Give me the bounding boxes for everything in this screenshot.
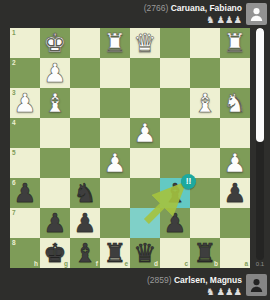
captured-piece-icon-p: ♟ bbox=[233, 286, 242, 297]
piece-bN-f6: ♞ bbox=[70, 178, 100, 208]
square-g6[interactable] bbox=[40, 178, 70, 208]
square-f2[interactable] bbox=[70, 58, 100, 88]
person-icon bbox=[248, 5, 265, 23]
square-f7[interactable]: ♟ bbox=[70, 208, 100, 238]
piece-wB-b3: ♝ bbox=[190, 88, 220, 118]
square-h3[interactable]: ♟3 bbox=[10, 88, 40, 118]
square-d1[interactable]: ♛ bbox=[130, 28, 160, 58]
piece-wR-a1: ♜ bbox=[220, 28, 250, 58]
square-f5[interactable] bbox=[70, 148, 100, 178]
chess-broadcast-app: 9 (2766) Caruana, Fabiano ♞♟♟♟ 1♚♜♛♜2♟♟3… bbox=[0, 0, 270, 300]
square-g7[interactable]: ♟ bbox=[40, 208, 70, 238]
square-d8[interactable]: ♛d bbox=[130, 238, 160, 268]
square-g4[interactable] bbox=[40, 118, 70, 148]
square-g2[interactable]: ♟ bbox=[40, 58, 70, 88]
square-c1[interactable] bbox=[160, 28, 190, 58]
bottom-player-bar: (2859) Carlsen, Magnus ♞♟♟♟ bbox=[0, 268, 270, 300]
square-a8[interactable]: a bbox=[220, 238, 250, 268]
file-label-a: a bbox=[244, 260, 248, 267]
square-d7[interactable] bbox=[130, 208, 160, 238]
square-a3[interactable]: ♞ bbox=[220, 88, 250, 118]
square-c3[interactable] bbox=[160, 88, 190, 118]
bottom-captured-pieces: ♞♟♟♟ bbox=[147, 286, 242, 297]
square-f4[interactable] bbox=[70, 118, 100, 148]
piece-bP-f7: ♟ bbox=[70, 208, 100, 238]
bottom-player-info: (2859) Carlsen, Magnus ♞♟♟♟ bbox=[147, 276, 242, 297]
square-h6[interactable]: ♟6 bbox=[10, 178, 40, 208]
square-h2[interactable]: 2 bbox=[10, 58, 40, 88]
piece-wP-e5: ♟ bbox=[100, 148, 130, 178]
file-label-e: e bbox=[124, 260, 128, 267]
piece-bB-f8: ♝ bbox=[70, 238, 100, 268]
square-e5[interactable]: ♟ bbox=[100, 148, 130, 178]
rank-label-5: 5 bbox=[12, 149, 16, 156]
square-c4[interactable] bbox=[160, 118, 190, 148]
rank-label-6: 6 bbox=[12, 179, 16, 186]
captured-piece-icon-p: ♟ bbox=[216, 286, 225, 297]
rank-label-3: 3 bbox=[12, 89, 16, 96]
square-a5[interactable]: ♟ bbox=[220, 148, 250, 178]
square-f6[interactable]: ♞ bbox=[70, 178, 100, 208]
bottom-player-name-row: (2859) Carlsen, Magnus bbox=[147, 276, 242, 285]
square-f8[interactable]: ♝f bbox=[70, 238, 100, 268]
square-b2[interactable] bbox=[190, 58, 220, 88]
piece-bR-e8: ♜ bbox=[100, 238, 130, 268]
piece-wP-g2: ♟ bbox=[40, 58, 70, 88]
square-d5[interactable] bbox=[130, 148, 160, 178]
piece-wQ-d1: ♛ bbox=[130, 28, 160, 58]
square-f3[interactable] bbox=[70, 88, 100, 118]
square-g5[interactable] bbox=[40, 148, 70, 178]
square-g3[interactable]: ♝ bbox=[40, 88, 70, 118]
square-f1[interactable] bbox=[70, 28, 100, 58]
square-h8[interactable]: 8h bbox=[10, 238, 40, 268]
piece-wP-a5: ♟ bbox=[220, 148, 250, 178]
square-d6[interactable] bbox=[130, 178, 160, 208]
square-c8[interactable]: c bbox=[160, 238, 190, 268]
square-a1[interactable]: ♜ bbox=[220, 28, 250, 58]
chess-board: 1♚♜♛♜2♟♟3♝♝♞4♟5♟♟♟6♞♝♟7♟♟♟8h♚g♝f♜e♛dc♜ba bbox=[10, 28, 250, 268]
square-e8[interactable]: ♜e bbox=[100, 238, 130, 268]
eval-bar-white-portion bbox=[256, 28, 264, 142]
captured-piece-icon-n: ♞ bbox=[206, 286, 215, 297]
rank-label-2: 2 bbox=[12, 59, 16, 66]
piece-bP-h6: ♟ bbox=[10, 178, 40, 208]
file-label-g: g bbox=[64, 260, 68, 267]
square-b8[interactable]: ♜b bbox=[190, 238, 220, 268]
rank-label-4: 4 bbox=[12, 119, 16, 126]
captured-piece-icon-p: ♟ bbox=[233, 14, 242, 25]
top-player-name: Caruana, Fabiano bbox=[171, 3, 242, 13]
square-g8[interactable]: ♚g bbox=[40, 238, 70, 268]
piece-wR-e1: ♜ bbox=[100, 28, 130, 58]
square-h5[interactable]: 5 bbox=[10, 148, 40, 178]
square-a4[interactable] bbox=[220, 118, 250, 148]
top-player-info: (2766) Caruana, Fabiano ♞♟♟♟ bbox=[144, 4, 242, 25]
piece-wB-g3: ♝ bbox=[40, 88, 70, 118]
square-a2[interactable] bbox=[220, 58, 250, 88]
top-player-name-row: (2766) Caruana, Fabiano bbox=[144, 4, 242, 13]
square-c2[interactable] bbox=[160, 58, 190, 88]
square-e7[interactable] bbox=[100, 208, 130, 238]
captured-piece-icon-n: ♞ bbox=[206, 14, 215, 25]
captured-piece-icon-p: ♟ bbox=[216, 14, 225, 25]
square-b5[interactable] bbox=[190, 148, 220, 178]
square-h1[interactable]: 1 bbox=[10, 28, 40, 58]
square-a7[interactable] bbox=[220, 208, 250, 238]
top-player-bar: (2766) Caruana, Fabiano ♞♟♟♟ bbox=[0, 0, 270, 28]
eval-value: 0.1 bbox=[252, 261, 268, 268]
file-label-h: h bbox=[34, 260, 38, 267]
file-label-f: f bbox=[96, 260, 98, 267]
bottom-player-rating: (2859) bbox=[147, 275, 172, 285]
person-icon bbox=[248, 276, 265, 294]
square-a6[interactable]: ♟ bbox=[220, 178, 250, 208]
piece-wN-a3: ♞ bbox=[220, 88, 250, 118]
piece-wK-g1: ♚ bbox=[40, 28, 70, 58]
square-e6[interactable] bbox=[100, 178, 130, 208]
piece-bP-a6: ♟ bbox=[220, 178, 250, 208]
square-d3[interactable] bbox=[130, 88, 160, 118]
piece-bP-c7: ♟ bbox=[160, 208, 190, 238]
square-b7[interactable] bbox=[190, 208, 220, 238]
square-b3[interactable]: ♝ bbox=[190, 88, 220, 118]
bottom-player-avatar bbox=[246, 274, 267, 296]
square-e2[interactable] bbox=[100, 58, 130, 88]
file-label-d: d bbox=[154, 260, 158, 267]
file-label-b: b bbox=[214, 260, 218, 267]
piece-wP-d4: ♟ bbox=[130, 118, 160, 148]
top-player-avatar bbox=[246, 3, 267, 25]
square-d2[interactable] bbox=[130, 58, 160, 88]
piece-wP-h3: ♟ bbox=[10, 88, 40, 118]
square-d4[interactable]: ♟ bbox=[130, 118, 160, 148]
square-b1[interactable] bbox=[190, 28, 220, 58]
piece-bP-g7: ♟ bbox=[40, 208, 70, 238]
piece-bK-g8: ♚ bbox=[40, 238, 70, 268]
brilliant-move-badge: !! bbox=[181, 174, 196, 189]
top-player-rating: (2766) bbox=[144, 3, 169, 13]
square-c7[interactable]: ♟ bbox=[160, 208, 190, 238]
square-g1[interactable]: ♚ bbox=[40, 28, 70, 58]
bottom-player-name: Carlsen, Magnus bbox=[174, 275, 242, 285]
rank-label-1: 1 bbox=[12, 29, 16, 36]
square-e1[interactable]: ♜ bbox=[100, 28, 130, 58]
square-b4[interactable] bbox=[190, 118, 220, 148]
rank-label-8: 8 bbox=[12, 239, 16, 246]
top-captured-pieces: ♞♟♟♟ bbox=[144, 14, 242, 25]
eval-bar bbox=[256, 28, 264, 260]
square-e3[interactable] bbox=[100, 88, 130, 118]
square-h4[interactable]: 4 bbox=[10, 118, 40, 148]
piece-bR-b8: ♜ bbox=[190, 238, 220, 268]
file-label-c: c bbox=[184, 260, 188, 267]
square-e4[interactable] bbox=[100, 118, 130, 148]
square-h7[interactable]: 7 bbox=[10, 208, 40, 238]
rank-label-7: 7 bbox=[12, 209, 16, 216]
piece-bQ-d8: ♛ bbox=[130, 238, 160, 268]
